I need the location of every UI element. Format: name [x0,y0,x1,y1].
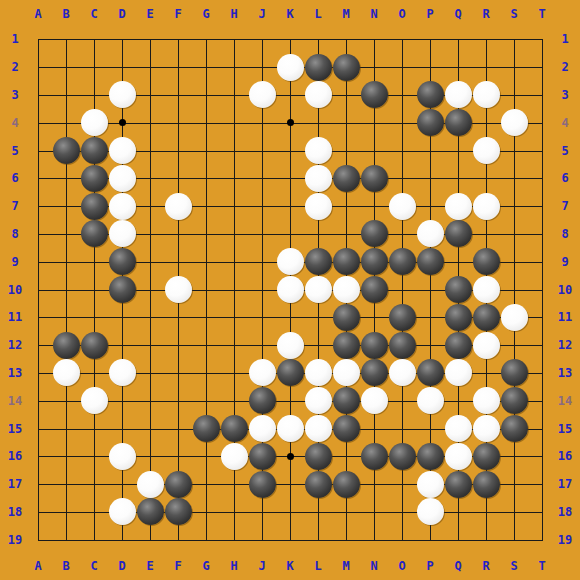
white-stone-j15[interactable] [249,415,276,442]
row-label-right-10: 10 [553,283,577,297]
white-stone-d8[interactable] [109,220,136,247]
column-label-bottom-p: P [422,559,438,573]
row-label-left-1: 1 [3,32,27,46]
white-stone-h16[interactable] [221,443,248,470]
black-stone-m6[interactable] [333,165,360,192]
white-stone-c4[interactable] [81,109,108,136]
black-stone-q17[interactable] [445,471,472,498]
white-stone-q15[interactable] [445,415,472,442]
column-label-top-d: D [114,7,130,21]
black-stone-p4[interactable] [417,109,444,136]
column-label-bottom-l: L [310,559,326,573]
column-label-top-n: N [366,7,382,21]
column-label-bottom-m: M [338,559,354,573]
row-label-left-19: 19 [3,533,27,547]
black-stone-o16[interactable] [389,443,416,470]
black-stone-n10[interactable] [361,276,388,303]
white-stone-k10[interactable] [277,276,304,303]
black-stone-c8[interactable] [81,220,108,247]
black-stone-s15[interactable] [501,415,528,442]
white-stone-m13[interactable] [333,359,360,386]
white-stone-q7[interactable] [445,193,472,220]
white-stone-s4[interactable] [501,109,528,136]
white-stone-r3[interactable] [473,81,500,108]
black-stone-g15[interactable] [193,415,220,442]
column-label-top-a: A [30,7,46,21]
column-label-top-p: P [422,7,438,21]
black-stone-o12[interactable] [389,332,416,359]
white-stone-l7[interactable] [305,193,332,220]
black-stone-p16[interactable] [417,443,444,470]
grid-horizontal-line [38,540,543,541]
black-stone-m11[interactable] [333,304,360,331]
column-label-bottom-t: T [534,559,550,573]
black-stone-c12[interactable] [81,332,108,359]
white-stone-f7[interactable] [165,193,192,220]
black-stone-c7[interactable] [81,193,108,220]
white-stone-d6[interactable] [109,165,136,192]
black-stone-j14[interactable] [249,387,276,414]
white-stone-e17[interactable] [137,471,164,498]
white-stone-d16[interactable] [109,443,136,470]
white-stone-l5[interactable] [305,137,332,164]
black-stone-c5[interactable] [81,137,108,164]
go-board[interactable] [0,0,580,580]
row-label-right-18: 18 [553,505,577,519]
grid-horizontal-line [38,401,543,402]
row-label-right-17: 17 [553,477,577,491]
white-stone-l13[interactable] [305,359,332,386]
white-stone-p14[interactable] [417,387,444,414]
row-label-right-14: 14 [553,394,577,408]
black-stone-o11[interactable] [389,304,416,331]
white-stone-j13[interactable] [249,359,276,386]
white-stone-l14[interactable] [305,387,332,414]
black-stone-m17[interactable] [333,471,360,498]
white-stone-b13[interactable] [53,359,80,386]
row-label-left-17: 17 [3,477,27,491]
black-stone-n12[interactable] [361,332,388,359]
row-label-right-12: 12 [553,338,577,352]
white-stone-l6[interactable] [305,165,332,192]
black-stone-q4[interactable] [445,109,472,136]
black-stone-b12[interactable] [53,332,80,359]
black-stone-q8[interactable] [445,220,472,247]
column-label-top-k: K [282,7,298,21]
row-label-right-19: 19 [553,533,577,547]
black-stone-k13[interactable] [277,359,304,386]
column-label-bottom-g: G [198,559,214,573]
row-label-right-9: 9 [553,255,577,269]
white-stone-r10[interactable] [473,276,500,303]
white-stone-q3[interactable] [445,81,472,108]
column-label-bottom-h: H [226,559,242,573]
white-stone-d13[interactable] [109,359,136,386]
black-stone-m14[interactable] [333,387,360,414]
row-label-left-7: 7 [3,199,27,213]
black-stone-p3[interactable] [417,81,444,108]
star-point [119,119,126,126]
black-stone-f18[interactable] [165,498,192,525]
column-label-bottom-d: D [114,559,130,573]
black-stone-q10[interactable] [445,276,472,303]
black-stone-f17[interactable] [165,471,192,498]
white-stone-r7[interactable] [473,193,500,220]
row-label-left-16: 16 [3,449,27,463]
go-app: AABBCCDDEEFFGGHHJJKKLLMMNNOOPPQQRRSSTT11… [0,0,580,580]
black-stone-l9[interactable] [305,248,332,275]
black-stone-d10[interactable] [109,276,136,303]
white-stone-p18[interactable] [417,498,444,525]
white-stone-m10[interactable] [333,276,360,303]
white-stone-p17[interactable] [417,471,444,498]
row-label-left-6: 6 [3,171,27,185]
black-stone-r17[interactable] [473,471,500,498]
black-stone-q11[interactable] [445,304,472,331]
row-label-left-3: 3 [3,88,27,102]
column-label-bottom-e: E [142,559,158,573]
black-stone-r16[interactable] [473,443,500,470]
star-point [287,119,294,126]
white-stone-k12[interactable] [277,332,304,359]
black-stone-q12[interactable] [445,332,472,359]
column-label-bottom-o: O [394,559,410,573]
column-label-top-o: O [394,7,410,21]
row-label-left-13: 13 [3,366,27,380]
white-stone-k9[interactable] [277,248,304,275]
row-label-right-11: 11 [553,310,577,324]
column-label-top-j: J [254,7,270,21]
row-label-left-5: 5 [3,144,27,158]
row-label-left-2: 2 [3,60,27,74]
black-stone-r11[interactable] [473,304,500,331]
black-stone-j17[interactable] [249,471,276,498]
row-label-right-4: 4 [553,116,577,130]
black-stone-s14[interactable] [501,387,528,414]
column-label-bottom-j: J [254,559,270,573]
row-label-right-15: 15 [553,422,577,436]
white-stone-r14[interactable] [473,387,500,414]
row-label-right-13: 13 [553,366,577,380]
white-stone-j3[interactable] [249,81,276,108]
column-label-top-l: L [310,7,326,21]
column-label-top-c: C [86,7,102,21]
black-stone-p9[interactable] [417,248,444,275]
black-stone-n8[interactable] [361,220,388,247]
black-stone-d9[interactable] [109,248,136,275]
column-label-top-t: T [534,7,550,21]
row-label-left-10: 10 [3,283,27,297]
black-stone-p13[interactable] [417,359,444,386]
black-stone-n16[interactable] [361,443,388,470]
black-stone-l2[interactable] [305,54,332,81]
column-label-top-m: M [338,7,354,21]
white-stone-l15[interactable] [305,415,332,442]
column-label-bottom-f: F [170,559,186,573]
white-stone-f10[interactable] [165,276,192,303]
black-stone-m9[interactable] [333,248,360,275]
column-label-top-b: B [58,7,74,21]
white-stone-o7[interactable] [389,193,416,220]
white-stone-d7[interactable] [109,193,136,220]
black-stone-n13[interactable] [361,359,388,386]
row-label-right-3: 3 [553,88,577,102]
column-label-bottom-q: Q [450,559,466,573]
row-label-right-8: 8 [553,227,577,241]
white-stone-o13[interactable] [389,359,416,386]
column-label-bottom-r: R [478,559,494,573]
grid-vertical-line [542,39,543,540]
row-label-right-5: 5 [553,144,577,158]
white-stone-r15[interactable] [473,415,500,442]
row-label-left-8: 8 [3,227,27,241]
white-stone-q13[interactable] [445,359,472,386]
black-stone-o9[interactable] [389,248,416,275]
black-stone-c6[interactable] [81,165,108,192]
white-stone-d5[interactable] [109,137,136,164]
white-stone-k2[interactable] [277,54,304,81]
black-stone-m12[interactable] [333,332,360,359]
black-stone-m2[interactable] [333,54,360,81]
white-stone-s11[interactable] [501,304,528,331]
white-stone-n14[interactable] [361,387,388,414]
row-label-left-18: 18 [3,505,27,519]
white-stone-r5[interactable] [473,137,500,164]
white-stone-p8[interactable] [417,220,444,247]
white-stone-c14[interactable] [81,387,108,414]
black-stone-h15[interactable] [221,415,248,442]
column-label-top-g: G [198,7,214,21]
white-stone-l3[interactable] [305,81,332,108]
white-stone-d18[interactable] [109,498,136,525]
black-stone-l17[interactable] [305,471,332,498]
row-label-right-1: 1 [553,32,577,46]
column-label-top-e: E [142,7,158,21]
column-label-top-h: H [226,7,242,21]
black-stone-s13[interactable] [501,359,528,386]
column-label-bottom-n: N [366,559,382,573]
row-label-left-9: 9 [3,255,27,269]
black-stone-r9[interactable] [473,248,500,275]
column-label-bottom-a: A [30,559,46,573]
row-label-left-11: 11 [3,310,27,324]
column-label-bottom-c: C [86,559,102,573]
black-stone-n6[interactable] [361,165,388,192]
black-stone-e18[interactable] [137,498,164,525]
column-label-bottom-k: K [282,559,298,573]
black-stone-n3[interactable] [361,81,388,108]
black-stone-b5[interactable] [53,137,80,164]
column-label-bottom-s: S [506,559,522,573]
column-label-top-r: R [478,7,494,21]
white-stone-l10[interactable] [305,276,332,303]
white-stone-d3[interactable] [109,81,136,108]
row-label-right-6: 6 [553,171,577,185]
column-label-top-s: S [506,7,522,21]
white-stone-k15[interactable] [277,415,304,442]
black-stone-m15[interactable] [333,415,360,442]
white-stone-q16[interactable] [445,443,472,470]
column-label-bottom-b: B [58,559,74,573]
row-label-left-15: 15 [3,422,27,436]
black-stone-n9[interactable] [361,248,388,275]
row-label-left-12: 12 [3,338,27,352]
row-label-left-4: 4 [3,116,27,130]
row-label-right-16: 16 [553,449,577,463]
row-label-right-2: 2 [553,60,577,74]
column-label-top-f: F [170,7,186,21]
row-label-left-14: 14 [3,394,27,408]
star-point [287,453,294,460]
black-stone-j16[interactable] [249,443,276,470]
row-label-right-7: 7 [553,199,577,213]
column-label-top-q: Q [450,7,466,21]
white-stone-r12[interactable] [473,332,500,359]
black-stone-l16[interactable] [305,443,332,470]
